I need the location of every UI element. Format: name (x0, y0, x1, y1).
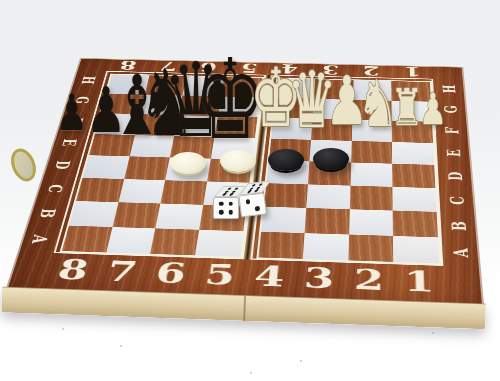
file-bottom-label-5: 5 (193, 258, 247, 293)
square-A6[interactable] (150, 228, 199, 255)
square-A5[interactable] (195, 230, 243, 257)
square-C4[interactable] (263, 183, 308, 208)
square-A4[interactable] (258, 231, 305, 258)
die-pip (255, 206, 260, 211)
white-pawn[interactable]: ♟ (419, 88, 447, 131)
file-bottom-label-4: 4 (243, 259, 296, 294)
square-C3[interactable] (306, 184, 350, 209)
die-pip (229, 201, 234, 206)
file-bottom-label-7: 7 (93, 255, 149, 290)
square-C6[interactable] (161, 180, 207, 205)
file-bottom-label-3: 3 (293, 261, 345, 296)
square-D2[interactable] (350, 163, 392, 187)
rank-right-label-A: A (438, 241, 484, 265)
square-B2[interactable] (349, 209, 393, 235)
white-checker-disc[interactable] (170, 152, 206, 174)
file-bottom-label-1: 1 (394, 264, 445, 299)
file-bottom-label-2: 2 (343, 263, 394, 298)
square-C8[interactable] (76, 178, 124, 203)
square-B1[interactable] (393, 211, 438, 237)
die-pip (229, 193, 234, 196)
die-pip (219, 210, 224, 215)
white-checker-disc[interactable] (220, 150, 256, 172)
square-B4[interactable] (261, 207, 307, 233)
file-bottom-label-6: 6 (143, 256, 198, 291)
square-A2[interactable] (348, 234, 393, 262)
square-B3[interactable] (305, 208, 350, 234)
dust-speck (120, 345, 122, 347)
square-A7[interactable] (106, 227, 156, 254)
black-checker-disc[interactable] (313, 148, 349, 170)
rank-right-label-D: D (434, 166, 477, 187)
die-front-face (238, 192, 266, 217)
dust-speck (250, 372, 252, 374)
square-A3[interactable] (303, 233, 349, 261)
die-pip (219, 201, 224, 206)
square-A8[interactable] (62, 225, 112, 252)
rank-right-label-E: E (433, 143, 475, 163)
dust-speck (300, 360, 302, 362)
square-D1[interactable] (392, 164, 435, 188)
dust-speck (432, 332, 434, 334)
square-C1[interactable] (393, 187, 437, 212)
die-pip (229, 210, 234, 215)
die-pip (245, 199, 250, 204)
file-bottom-label-8: 8 (44, 253, 101, 288)
square-E2[interactable] (351, 141, 393, 164)
square-C2[interactable] (350, 185, 393, 210)
product-photo-scene: 87654321 87654321 HGFEDCBA HGFEDCBA ♟♟♝♞… (0, 0, 500, 381)
die-front-face (213, 197, 239, 219)
rank-right-label-C: C (435, 190, 479, 212)
square-E1[interactable] (392, 142, 434, 165)
die-pip (247, 190, 252, 193)
square-B8[interactable] (69, 201, 118, 227)
square-B7[interactable] (112, 202, 160, 228)
dust-speck (62, 328, 64, 330)
black-pawn[interactable]: ♟ (56, 88, 88, 138)
square-D8[interactable] (83, 155, 130, 179)
die-pip (222, 193, 227, 196)
die-pip (254, 189, 259, 192)
black-checker-disc[interactable] (268, 149, 304, 171)
square-A1[interactable] (393, 236, 439, 264)
die-top6-front2[interactable] (237, 182, 267, 218)
rank-right-label-B: B (437, 215, 482, 238)
square-C7[interactable] (118, 179, 165, 204)
die-top6-front4[interactable] (213, 186, 239, 219)
square-B6[interactable] (156, 204, 204, 230)
